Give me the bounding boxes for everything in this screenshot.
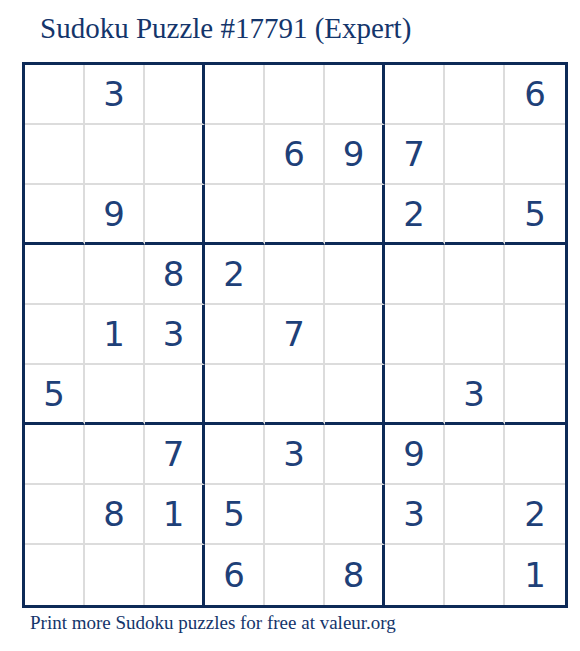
cell-r9c8 (445, 545, 505, 605)
cell-r2c5: 6 (265, 125, 325, 185)
cell-r7c2 (85, 425, 145, 485)
cell-r7c9 (505, 425, 565, 485)
cell-r9c1 (25, 545, 85, 605)
cell-r1c8 (445, 65, 505, 125)
cell-r3c4 (205, 185, 265, 245)
cell-r4c9 (505, 245, 565, 305)
cell-r3c6 (325, 185, 385, 245)
cell-r4c8 (445, 245, 505, 305)
cell-r4c6 (325, 245, 385, 305)
cell-r9c6: 8 (325, 545, 385, 605)
cell-r4c4: 2 (205, 245, 265, 305)
cell-r5c9 (505, 305, 565, 365)
cell-r4c1 (25, 245, 85, 305)
cell-r8c3: 1 (145, 485, 205, 545)
cell-r6c5 (265, 365, 325, 425)
cell-r7c4 (205, 425, 265, 485)
cell-r4c7 (385, 245, 445, 305)
cell-r1c7 (385, 65, 445, 125)
cell-r6c8: 3 (445, 365, 505, 425)
cell-r3c5 (265, 185, 325, 245)
footer-text: Print more Sudoku puzzles for free at va… (30, 612, 396, 634)
cell-r2c9 (505, 125, 565, 185)
cell-r7c5: 3 (265, 425, 325, 485)
cell-r6c4 (205, 365, 265, 425)
cell-r2c8 (445, 125, 505, 185)
cell-r9c4: 6 (205, 545, 265, 605)
cell-r6c3 (145, 365, 205, 425)
cell-r7c8 (445, 425, 505, 485)
cell-r6c1: 5 (25, 365, 85, 425)
cell-r5c5: 7 (265, 305, 325, 365)
cell-r8c4: 5 (205, 485, 265, 545)
cell-r3c7: 2 (385, 185, 445, 245)
cell-r6c9 (505, 365, 565, 425)
cell-r8c7: 3 (385, 485, 445, 545)
cell-r2c3 (145, 125, 205, 185)
cell-r5c1 (25, 305, 85, 365)
cell-r7c3: 7 (145, 425, 205, 485)
cell-r9c9: 1 (505, 545, 565, 605)
cell-r3c8 (445, 185, 505, 245)
cell-r1c2: 3 (85, 65, 145, 125)
cell-r3c3 (145, 185, 205, 245)
cell-r2c4 (205, 125, 265, 185)
cell-r5c2: 1 (85, 305, 145, 365)
cell-r1c9: 6 (505, 65, 565, 125)
cell-r8c9: 2 (505, 485, 565, 545)
cell-r2c6: 9 (325, 125, 385, 185)
cell-r2c1 (25, 125, 85, 185)
cell-r1c1 (25, 65, 85, 125)
cell-r9c5 (265, 545, 325, 605)
page-title: Sudoku Puzzle #17791 (Expert) (40, 12, 411, 45)
cell-r2c2 (85, 125, 145, 185)
cell-r4c5 (265, 245, 325, 305)
cell-r5c3: 3 (145, 305, 205, 365)
cell-r6c7 (385, 365, 445, 425)
cell-r1c6 (325, 65, 385, 125)
cell-r4c3: 8 (145, 245, 205, 305)
cell-r5c4 (205, 305, 265, 365)
cell-r6c6 (325, 365, 385, 425)
cell-r1c5 (265, 65, 325, 125)
cell-r8c5 (265, 485, 325, 545)
cell-r3c9: 5 (505, 185, 565, 245)
cell-r7c7: 9 (385, 425, 445, 485)
cell-r3c1 (25, 185, 85, 245)
cell-r1c3 (145, 65, 205, 125)
cell-r7c6 (325, 425, 385, 485)
cell-r2c7: 7 (385, 125, 445, 185)
sudoku-board: 36697925821375373981532681 (22, 62, 568, 608)
cell-r5c7 (385, 305, 445, 365)
cell-r8c8 (445, 485, 505, 545)
cell-r4c2 (85, 245, 145, 305)
cell-r9c2 (85, 545, 145, 605)
cell-r9c7 (385, 545, 445, 605)
cell-r3c2: 9 (85, 185, 145, 245)
cell-r8c6 (325, 485, 385, 545)
cell-r5c6 (325, 305, 385, 365)
sudoku-page: Sudoku Puzzle #17791 (Expert) 3669792582… (0, 0, 580, 651)
cell-r7c1 (25, 425, 85, 485)
cell-r5c8 (445, 305, 505, 365)
cell-r1c4 (205, 65, 265, 125)
cell-r9c3 (145, 545, 205, 605)
cell-r6c2 (85, 365, 145, 425)
cell-r8c2: 8 (85, 485, 145, 545)
cell-r8c1 (25, 485, 85, 545)
